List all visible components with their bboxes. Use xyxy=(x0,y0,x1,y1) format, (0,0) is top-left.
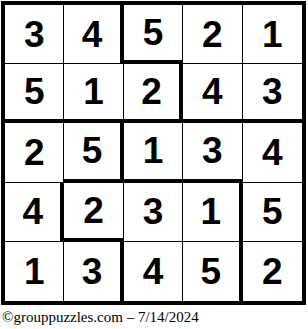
cell-r2c1: 5 xyxy=(5,64,64,123)
cell-r5c1: 1 xyxy=(5,242,64,301)
cell-r2c4: 4 xyxy=(183,64,242,123)
cell-r2c2: 1 xyxy=(64,64,123,123)
cell-r3c1: 2 xyxy=(5,123,64,182)
cell-r3c4: 3 xyxy=(183,123,242,182)
page: { "game": "sudoku-5x5-irregular-regions-… xyxy=(0,0,308,329)
cell-r5c3: 4 xyxy=(124,242,183,301)
cell-r1c4: 2 xyxy=(183,5,242,64)
cell-r4c2: 2 xyxy=(64,183,123,242)
cell-r1c2: 4 xyxy=(64,5,123,64)
cell-r4c5: 5 xyxy=(243,183,302,242)
cell-r5c2: 3 xyxy=(64,242,123,301)
cell-r1c5: 1 xyxy=(243,5,302,64)
cell-r1c3: 5 xyxy=(124,5,183,64)
cell-r3c3: 1 xyxy=(124,123,183,182)
cell-r2c3: 2 xyxy=(124,64,183,123)
cell-r4c3: 3 xyxy=(124,183,183,242)
cell-r4c1: 4 xyxy=(5,183,64,242)
cell-r5c4: 5 xyxy=(183,242,242,301)
cell-r3c5: 4 xyxy=(243,123,302,182)
cell-r4c4: 1 xyxy=(183,183,242,242)
sudoku-grid: 3452151243251344231513452 xyxy=(1,1,306,305)
cell-r5c5: 2 xyxy=(243,242,302,301)
copyright-text: ©grouppuzzles.com – 7/14/2024 xyxy=(2,309,199,326)
cell-r2c5: 3 xyxy=(243,64,302,123)
cell-r1c1: 3 xyxy=(5,5,64,64)
cell-r3c2: 5 xyxy=(64,123,123,182)
